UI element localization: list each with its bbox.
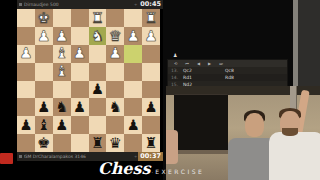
prev-move-button[interactable]: ◀ — [197, 60, 200, 67]
square-h4[interactable] — [17, 63, 35, 81]
pawn-icon: ♟ — [173, 52, 177, 58]
square-d7[interactable] — [89, 116, 107, 134]
chess-piece-black-B[interactable]: ♝ — [37, 117, 50, 132]
square-d4[interactable] — [89, 63, 107, 81]
square-f7[interactable]: ♟ — [53, 116, 71, 134]
square-d2[interactable]: ♞ — [89, 27, 107, 45]
square-h6[interactable] — [17, 98, 35, 116]
flag-icon — [19, 155, 22, 158]
square-e4[interactable] — [71, 63, 89, 81]
chess-piece-white-B[interactable]: ♝ — [55, 64, 68, 79]
square-a2[interactable]: ♟ — [142, 27, 160, 45]
standing-person-torso — [269, 132, 320, 180]
square-e5[interactable] — [71, 81, 89, 99]
foreground-object — [166, 130, 178, 164]
square-a4[interactable] — [142, 63, 160, 81]
move-text[interactable]: Qc8 — [225, 68, 287, 73]
square-f6[interactable]: ♞ — [53, 98, 71, 116]
square-b8[interactable] — [124, 134, 142, 152]
square-c7[interactable] — [106, 116, 124, 134]
move-text[interactable]: Rd8 — [225, 75, 287, 80]
square-a7[interactable] — [142, 116, 160, 134]
square-h1[interactable] — [17, 9, 35, 27]
move-list: 13.Qc2Qc814.Rd1Rd815.Nd2 — [168, 67, 287, 88]
square-b1[interactable] — [124, 9, 142, 27]
square-a1[interactable]: ♜ — [142, 9, 160, 27]
chess-piece-white-Q[interactable]: ♛ — [109, 28, 122, 43]
right-column — [298, 0, 320, 88]
square-f2[interactable]: ♟ — [53, 27, 71, 45]
stream-frame: Dirnaudjee 500 + 00:45 ♚♜♜♟♟♞♛♟♟♟♝♟♟♝♟♟♞… — [0, 0, 320, 180]
chess-piece-white-N[interactable]: ♞ — [91, 28, 104, 43]
chess-piece-white-R[interactable]: ♜ — [145, 10, 158, 25]
square-b2[interactable]: ♟ — [124, 27, 142, 45]
square-f1[interactable] — [53, 9, 71, 27]
square-b6[interactable] — [124, 98, 142, 116]
last-move-button[interactable]: ⏭ — [219, 60, 223, 67]
square-c2[interactable]: ♛ — [106, 27, 124, 45]
chess-piece-white-P[interactable]: ♟ — [19, 46, 32, 61]
restart-move-button[interactable]: ⟲ — [174, 60, 177, 67]
first-move-button[interactable]: ⏮ — [185, 60, 189, 67]
chess-piece-white-P[interactable]: ♟ — [127, 28, 140, 43]
logo-main-text: Chess — [98, 160, 151, 178]
square-b7[interactable]: ♟ — [124, 116, 142, 134]
chess-piece-black-P[interactable]: ♟ — [73, 100, 86, 115]
square-d5[interactable]: ♟ — [89, 81, 107, 99]
square-c3[interactable]: ♟ — [106, 45, 124, 63]
square-g8[interactable]: ♚ — [35, 134, 53, 152]
square-g3[interactable] — [35, 45, 53, 63]
square-f3[interactable]: ♝ — [53, 45, 71, 63]
square-g5[interactable] — [35, 81, 53, 99]
top-player-name: Dirnaudjee 500 — [24, 2, 134, 7]
standing-person-beard — [282, 128, 298, 136]
square-d1[interactable]: ♜ — [89, 9, 107, 27]
seated-person-face — [245, 113, 264, 137]
square-a5[interactable] — [142, 81, 160, 99]
move-number: 13. — [171, 68, 183, 73]
chess-piece-black-P[interactable]: ♟ — [145, 100, 158, 115]
chess-piece-black-P[interactable]: ♟ — [19, 117, 32, 132]
square-g1[interactable]: ♚ — [35, 9, 53, 27]
chess-piece-black-Q[interactable]: ♛ — [109, 135, 122, 150]
chess-piece-white-K[interactable]: ♚ — [37, 10, 50, 25]
chess-piece-black-P[interactable]: ♟ — [127, 117, 140, 132]
square-b4[interactable] — [124, 63, 142, 81]
chess-piece-black-N[interactable]: ♞ — [55, 100, 68, 115]
logo-dot: · — [152, 169, 154, 175]
square-g4[interactable] — [35, 63, 53, 81]
square-a6[interactable]: ♟ — [142, 98, 160, 116]
square-c8[interactable]: ♛ — [106, 134, 124, 152]
chess-piece-black-P[interactable]: ♟ — [91, 82, 104, 97]
square-h2[interactable] — [17, 27, 35, 45]
square-d6[interactable] — [89, 98, 107, 116]
chess-piece-white-R[interactable]: ♜ — [91, 10, 104, 25]
square-g2[interactable]: ♟ — [35, 27, 53, 45]
channel-logo: Chess · EXERCISE — [98, 160, 258, 180]
square-g6[interactable]: ♟ — [35, 98, 53, 116]
square-h7[interactable]: ♟ — [17, 116, 35, 134]
chess-piece-black-R[interactable]: ♜ — [145, 135, 158, 150]
move-row: 14.Rd1Rd8 — [168, 74, 287, 81]
square-e8[interactable] — [71, 134, 89, 152]
square-b3[interactable] — [124, 45, 142, 63]
square-c4[interactable] — [106, 63, 124, 81]
square-e6[interactable]: ♟ — [71, 98, 89, 116]
chess-piece-white-P[interactable]: ♟ — [55, 28, 68, 43]
chess-piece-white-P[interactable]: ♟ — [109, 46, 122, 61]
square-f4[interactable]: ♝ — [53, 63, 71, 81]
square-b5[interactable] — [124, 81, 142, 99]
square-c6[interactable]: ♞ — [106, 98, 124, 116]
move-text[interactable]: Rd1 — [183, 75, 225, 80]
move-list-panel: ⟲⏮◀▶⏭ 13.Qc2Qc814.Rd1Rd815.Nd2 — [167, 59, 288, 88]
square-a3[interactable] — [142, 45, 160, 63]
next-move-button[interactable]: ▶ — [208, 60, 211, 67]
square-f5[interactable] — [53, 81, 71, 99]
chess-piece-white-P[interactable]: ♟ — [73, 46, 86, 61]
move-text[interactable]: Qc2 — [183, 68, 225, 73]
square-d3[interactable] — [89, 45, 107, 63]
square-g7[interactable]: ♝ — [35, 116, 53, 134]
square-e7[interactable] — [71, 116, 89, 134]
square-e3[interactable]: ♟ — [71, 45, 89, 63]
square-h5[interactable] — [17, 81, 35, 99]
chess-piece-black-K[interactable]: ♚ — [37, 135, 50, 150]
red-badge — [0, 153, 13, 164]
tv-screen — [174, 94, 228, 151]
top-player-clock: 00:45 — [138, 0, 163, 9]
square-d8[interactable]: ♜ — [89, 134, 107, 152]
connection-icon: + — [134, 2, 137, 7]
chess-piece-white-P[interactable]: ♟ — [37, 28, 50, 43]
move-row: 13.Qc2Qc8 — [168, 67, 287, 74]
chess-piece-black-R[interactable]: ♜ — [91, 135, 104, 150]
flag-icon — [19, 3, 22, 6]
logo-sub-text: EXERCISE — [155, 168, 204, 175]
chess-board[interactable]: ♚♜♜♟♟♞♛♟♟♟♝♟♟♝♟♟♞♟♞♟♟♝♟♟♚♜♛♜ — [17, 9, 160, 152]
square-f8[interactable] — [53, 134, 71, 152]
top-player-bar: Dirnaudjee 500 + 00:45 — [17, 0, 163, 9]
chess-piece-black-N[interactable]: ♞ — [109, 100, 122, 115]
chess-piece-white-P[interactable]: ♟ — [145, 28, 158, 43]
chess-piece-black-P[interactable]: ♟ — [37, 100, 50, 115]
square-e2[interactable] — [71, 27, 89, 45]
chess-piece-black-P[interactable]: ♟ — [55, 117, 68, 132]
square-a8[interactable]: ♜ — [142, 134, 160, 152]
square-h8[interactable] — [17, 134, 35, 152]
square-h3[interactable]: ♟ — [17, 45, 35, 63]
chess-piece-white-B[interactable]: ♝ — [55, 46, 68, 61]
move-nav-bar: ⟲⏮◀▶⏭ — [168, 60, 287, 67]
move-number: 14. — [171, 75, 183, 80]
square-e1[interactable] — [71, 9, 89, 27]
square-c1[interactable] — [106, 9, 124, 27]
square-c5[interactable] — [106, 81, 124, 99]
